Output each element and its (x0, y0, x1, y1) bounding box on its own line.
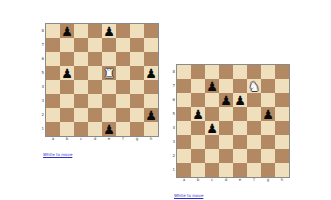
square-d6: ♟ (219, 93, 233, 107)
square-a4 (46, 80, 60, 94)
file-label-f: f (116, 137, 130, 141)
file-label-e: e (233, 178, 247, 182)
square-e3 (233, 135, 247, 149)
square-d8 (219, 65, 233, 79)
square-f3 (247, 135, 261, 149)
chess-diagram-right: 87654321 ♟♞♟♟♟♟♟ abcdefgh White to move (171, 64, 290, 200)
square-b6 (60, 52, 74, 66)
square-b4 (191, 121, 205, 135)
square-g5: ♟ (261, 107, 275, 121)
square-a1 (46, 122, 60, 136)
black-pawn-d6: ♟ (220, 93, 232, 106)
file-label-h: h (275, 178, 289, 182)
square-c1 (74, 122, 88, 136)
square-d3 (88, 94, 102, 108)
caption-link-left[interactable]: White to move (43, 152, 72, 157)
square-b2 (191, 149, 205, 163)
file-label-d: d (88, 137, 102, 141)
black-pawn-e6: ♟ (234, 93, 246, 106)
square-a6 (46, 52, 60, 66)
white-rook-e5: ♜ (103, 66, 115, 79)
square-c8 (205, 65, 219, 79)
black-pawn-b5: ♟ (61, 66, 73, 79)
square-c8 (74, 24, 88, 38)
chess-board-right: ♟♞♟♟♟♟♟ (176, 64, 290, 178)
square-b8 (191, 65, 205, 79)
square-d5 (219, 107, 233, 121)
square-c5 (205, 107, 219, 121)
square-b2 (60, 108, 74, 122)
square-b7 (191, 79, 205, 93)
black-pawn-g5: ♟ (262, 107, 274, 120)
square-c3 (205, 135, 219, 149)
file-label-f: f (247, 178, 261, 182)
square-h3 (144, 94, 158, 108)
black-pawn-e8: ♟ (103, 24, 115, 37)
chess-board-left: ♟♟♟♜♟♟♟ (45, 23, 159, 137)
file-labels: abcdefgh (177, 178, 290, 182)
square-d2 (88, 108, 102, 122)
square-d2 (219, 149, 233, 163)
square-f1 (116, 122, 130, 136)
square-a3 (177, 135, 191, 149)
file-label-e: e (102, 137, 116, 141)
square-e6: ♟ (233, 93, 247, 107)
square-d1 (88, 122, 102, 136)
square-a1 (177, 163, 191, 177)
square-e2 (102, 108, 116, 122)
square-c1 (205, 163, 219, 177)
square-b1 (60, 122, 74, 136)
square-a2 (46, 108, 60, 122)
square-b4 (60, 80, 74, 94)
file-label-a: a (177, 178, 191, 182)
square-g7 (261, 79, 275, 93)
square-a3 (46, 94, 60, 108)
square-d5 (88, 66, 102, 80)
black-pawn-c4: ♟ (206, 121, 218, 134)
square-h5 (275, 107, 289, 121)
square-h5: ♟ (144, 66, 158, 80)
square-c3 (74, 94, 88, 108)
black-pawn-e1: ♟ (103, 122, 115, 135)
square-h2 (275, 149, 289, 163)
square-h6 (275, 93, 289, 107)
square-b3 (60, 94, 74, 108)
file-labels: abcdefgh (46, 137, 159, 141)
square-b3 (191, 135, 205, 149)
square-f5 (116, 66, 130, 80)
square-g4 (130, 80, 144, 94)
square-c2 (205, 149, 219, 163)
square-g5 (130, 66, 144, 80)
square-d4 (88, 80, 102, 94)
square-d8 (88, 24, 102, 38)
square-e6 (102, 52, 116, 66)
square-e2 (233, 149, 247, 163)
square-g1 (261, 163, 275, 177)
square-a2 (177, 149, 191, 163)
square-e7 (233, 79, 247, 93)
black-pawn-h2: ♟ (145, 108, 157, 121)
file-label-g: g (130, 137, 144, 141)
file-label-g: g (261, 178, 275, 182)
square-g4 (261, 121, 275, 135)
page-canvas: 87654321 ♟♟♟♜♟♟♟ abcdefgh White to move … (0, 0, 331, 200)
square-f7 (116, 38, 130, 52)
square-e5 (233, 107, 247, 121)
square-g3 (130, 94, 144, 108)
square-b5: ♟ (60, 66, 74, 80)
black-pawn-b5: ♟ (192, 107, 204, 120)
square-h7 (275, 79, 289, 93)
caption-link-right[interactable]: White to move (174, 193, 203, 198)
square-e3 (102, 94, 116, 108)
square-a7 (46, 38, 60, 52)
square-a8 (177, 65, 191, 79)
square-g3 (261, 135, 275, 149)
square-b7 (60, 38, 74, 52)
square-h4 (275, 121, 289, 135)
square-g2 (261, 149, 275, 163)
square-c4: ♟ (205, 121, 219, 135)
file-label-h: h (144, 137, 158, 141)
square-b1 (191, 163, 205, 177)
square-f6 (116, 52, 130, 66)
file-label-d: d (219, 178, 233, 182)
square-a4 (177, 121, 191, 135)
square-d4 (219, 121, 233, 135)
square-h4 (144, 80, 158, 94)
square-g1 (130, 122, 144, 136)
square-g6 (130, 52, 144, 66)
file-label-a: a (46, 137, 60, 141)
square-g8 (261, 65, 275, 79)
white-knight-f7: ♞ (248, 79, 260, 92)
square-c6 (205, 93, 219, 107)
black-pawn-h5: ♟ (145, 66, 157, 79)
square-e8 (233, 65, 247, 79)
square-g6 (261, 93, 275, 107)
black-pawn-b8: ♟ (61, 24, 73, 37)
file-label-b: b (191, 178, 205, 182)
square-a8 (46, 24, 60, 38)
file-label-c: c (205, 178, 219, 182)
square-f2 (247, 149, 261, 163)
board-frame: 87654321 ♟♞♟♟♟♟♟ (171, 64, 290, 178)
square-d1 (219, 163, 233, 177)
square-e8: ♟ (102, 24, 116, 38)
square-c7 (74, 38, 88, 52)
square-h7 (144, 38, 158, 52)
square-e4 (233, 121, 247, 135)
square-e7 (102, 38, 116, 52)
square-a7 (177, 79, 191, 93)
square-f1 (247, 163, 261, 177)
square-a5 (46, 66, 60, 80)
square-g8 (130, 24, 144, 38)
square-b8: ♟ (60, 24, 74, 38)
square-f5 (247, 107, 261, 121)
square-b6 (191, 93, 205, 107)
square-f4 (116, 80, 130, 94)
square-g7 (130, 38, 144, 52)
square-h6 (144, 52, 158, 66)
square-c6 (74, 52, 88, 66)
file-label-c: c (74, 137, 88, 141)
square-a5 (177, 107, 191, 121)
square-d7 (88, 38, 102, 52)
square-e1: ♟ (102, 122, 116, 136)
square-e4 (102, 80, 116, 94)
square-f6 (247, 93, 261, 107)
chess-diagram-left: 87654321 ♟♟♟♜♟♟♟ abcdefgh White to move (40, 23, 159, 160)
black-pawn-c7: ♟ (206, 79, 218, 92)
square-d3 (219, 135, 233, 149)
square-h1 (144, 122, 158, 136)
square-c7: ♟ (205, 79, 219, 93)
square-h8 (275, 65, 289, 79)
square-d6 (88, 52, 102, 66)
square-f8 (247, 65, 261, 79)
square-f4 (247, 121, 261, 135)
board-frame: 87654321 ♟♟♟♜♟♟♟ (40, 23, 159, 137)
square-c5 (74, 66, 88, 80)
square-d7 (219, 79, 233, 93)
square-h2: ♟ (144, 108, 158, 122)
square-c2 (74, 108, 88, 122)
square-h3 (275, 135, 289, 149)
square-b5: ♟ (191, 107, 205, 121)
square-e1 (233, 163, 247, 177)
square-f8 (116, 24, 130, 38)
square-f7: ♞ (247, 79, 261, 93)
square-f2 (116, 108, 130, 122)
file-label-b: b (60, 137, 74, 141)
square-e5: ♜ (102, 66, 116, 80)
square-h8 (144, 24, 158, 38)
square-f3 (116, 94, 130, 108)
square-c4 (74, 80, 88, 94)
square-a6 (177, 93, 191, 107)
square-h1 (275, 163, 289, 177)
square-g2 (130, 108, 144, 122)
